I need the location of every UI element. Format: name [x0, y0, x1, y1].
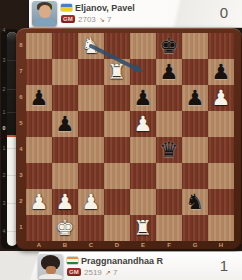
black-king-piece: ♚	[156, 33, 182, 59]
square-f5	[156, 111, 182, 137]
square-h4	[208, 137, 234, 163]
square-g6: ♟	[182, 85, 208, 111]
square-d5	[104, 111, 130, 137]
eval-scale-label-2: 2	[1, 86, 6, 91]
square-h5	[208, 111, 234, 137]
black-pawn-piece: ♟	[52, 111, 78, 137]
square-g3	[182, 163, 208, 189]
bottom-player-title-badge: GM	[67, 268, 81, 276]
eval-scale-label-7: 3	[1, 200, 6, 205]
eval-scale-label-4: 0	[1, 125, 6, 130]
file-label-c: C	[78, 242, 104, 248]
square-f8: ♚	[156, 33, 182, 59]
square-h2	[208, 189, 234, 215]
square-a2: ♟	[26, 189, 52, 215]
top-player-trend-value: 7	[107, 15, 111, 24]
square-c2: ♟	[78, 189, 104, 215]
file-label-h: H	[208, 242, 234, 248]
square-a5	[26, 111, 52, 137]
square-d2	[104, 189, 130, 215]
square-d8	[104, 33, 130, 59]
white-king-piece: ♚	[52, 215, 78, 241]
square-e4	[130, 137, 156, 163]
square-f6	[156, 85, 182, 111]
square-e6: ♟	[130, 85, 156, 111]
square-h6: ♟	[208, 85, 234, 111]
square-a6: ♟	[26, 85, 52, 111]
square-f7: ♟	[156, 59, 182, 85]
black-pawn-piece: ♟	[26, 85, 52, 111]
rank-label-6: 6	[16, 94, 26, 100]
square-e2	[130, 189, 156, 215]
black-pawn-piece: ♟	[156, 59, 182, 85]
white-rook-piece: ♜	[104, 59, 130, 85]
square-b2: ♟	[52, 189, 78, 215]
black-queen-piece: ♛	[156, 137, 182, 163]
square-g5	[182, 111, 208, 137]
top-player-title-badge: GM	[61, 15, 75, 23]
square-e7	[130, 59, 156, 85]
bottom-player-rating: 2519	[84, 268, 102, 277]
square-b3	[52, 163, 78, 189]
rank-label-8: 8	[16, 42, 26, 48]
top-player-name: Eljanov, Pavel	[75, 3, 135, 13]
game-broadcast-card[interactable]: Eljanov, Pavel GM 2703 ↘ 7 0 432101234 ♞…	[0, 0, 242, 280]
white-pawn-piece: ♟	[78, 189, 104, 215]
square-a1	[26, 215, 52, 241]
rank-label-3: 3	[16, 172, 26, 178]
square-g7	[182, 59, 208, 85]
square-b1: ♚	[52, 215, 78, 241]
file-label-a: A	[26, 242, 52, 248]
square-d6	[104, 85, 130, 111]
square-c5	[78, 111, 104, 137]
rank-label-4: 4	[16, 146, 26, 152]
india-flag-icon	[67, 257, 78, 264]
white-rook-piece: ♜	[130, 215, 156, 241]
square-h8	[208, 33, 234, 59]
file-label-f: F	[156, 242, 182, 248]
square-h3	[208, 163, 234, 189]
square-d1	[104, 215, 130, 241]
square-c4	[78, 137, 104, 163]
square-c7	[78, 59, 104, 85]
square-h7: ♟	[208, 59, 234, 85]
square-b7	[52, 59, 78, 85]
eval-scale-label-5: 1	[1, 145, 6, 150]
bottom-player-trend-value: 7	[113, 268, 117, 277]
square-g1	[182, 215, 208, 241]
square-c8: ♞	[78, 33, 104, 59]
bottom-player-name: Praggnanandhaa R	[81, 256, 163, 266]
eval-scale-label-8: 4	[1, 228, 6, 233]
square-d7: ♜	[104, 59, 130, 85]
white-pawn-piece: ♟	[52, 189, 78, 215]
file-label-b: B	[52, 242, 78, 248]
square-b6	[52, 85, 78, 111]
square-g4	[182, 137, 208, 163]
black-pawn-piece: ♟	[208, 59, 234, 85]
eval-scale-label-0: 4	[1, 27, 6, 32]
square-c3	[78, 163, 104, 189]
square-e1: ♜	[130, 215, 156, 241]
top-player-avatar	[32, 1, 57, 26]
square-c6	[78, 85, 104, 111]
square-c1	[78, 215, 104, 241]
square-e8	[130, 33, 156, 59]
ukraine-flag-icon	[61, 4, 72, 11]
white-pawn-piece: ♟	[26, 189, 52, 215]
square-f3	[156, 163, 182, 189]
square-d3	[104, 163, 130, 189]
rank-label-1: 1	[16, 224, 26, 230]
square-b4	[52, 137, 78, 163]
square-g2: ♞	[182, 189, 208, 215]
file-label-d: D	[104, 242, 130, 248]
bottom-player-bar[interactable]: Praggnanandhaa R GM 2519 ↗ 7 1	[30, 252, 242, 280]
square-e5: ♟	[130, 111, 156, 137]
square-b5: ♟	[52, 111, 78, 137]
black-knight-piece: ♞	[182, 189, 208, 215]
bottom-player-score: 1	[220, 257, 228, 274]
eval-scale-label-6: 2	[1, 172, 6, 177]
top-player-bar[interactable]: Eljanov, Pavel GM 2703 ↘ 7 0	[29, 0, 242, 28]
white-pawn-piece: ♟	[130, 111, 156, 137]
black-pawn-piece: ♟	[182, 85, 208, 111]
rank-label-2: 2	[16, 198, 26, 204]
square-e3	[130, 163, 156, 189]
square-f2	[156, 189, 182, 215]
white-pawn-piece: ♟	[208, 85, 234, 111]
board-grid: ♞♚♜♟♟♟♟♟♟♟♟♛♟♟♟♞♚♜	[26, 33, 234, 241]
square-h1	[208, 215, 234, 241]
square-a8	[26, 33, 52, 59]
black-pawn-piece: ♟	[130, 85, 156, 111]
square-a3	[26, 163, 52, 189]
top-player-score: 0	[220, 4, 228, 21]
top-player-rating: 2703	[78, 15, 96, 24]
rating-up-arrow-icon: ↗	[105, 269, 111, 277]
square-b8	[52, 33, 78, 59]
rank-label-5: 5	[16, 120, 26, 126]
square-f4: ♛	[156, 137, 182, 163]
file-label-e: E	[130, 242, 156, 248]
eval-scale-label-1: 3	[1, 57, 6, 62]
square-f1	[156, 215, 182, 241]
square-d4	[104, 137, 130, 163]
square-a7	[26, 59, 52, 85]
white-knight-piece: ♞	[78, 33, 104, 59]
eval-scale-label-3: 1	[1, 109, 6, 114]
chess-board[interactable]: ♞♚♜♟♟♟♟♟♟♟♟♛♟♟♟♞♚♜ 87654321ABCDEFGH	[16, 28, 242, 250]
square-a4	[26, 137, 52, 163]
bottom-player-avatar	[38, 254, 63, 279]
file-label-g: G	[182, 242, 208, 248]
square-g8	[182, 33, 208, 59]
rank-label-7: 7	[16, 68, 26, 74]
rating-down-arrow-icon: ↘	[99, 16, 105, 24]
